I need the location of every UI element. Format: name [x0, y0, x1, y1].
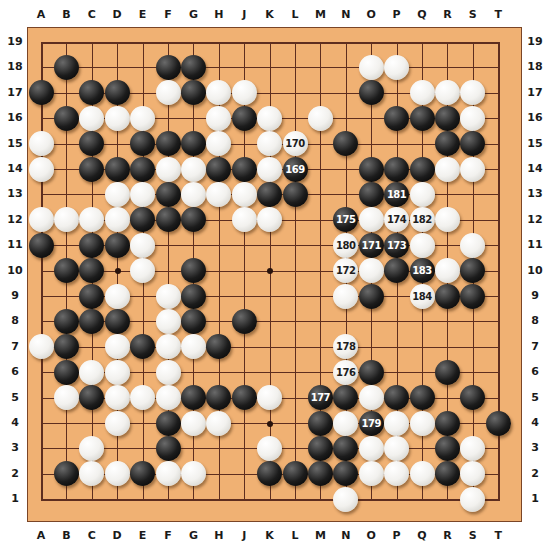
black-stone-R6 — [435, 360, 460, 385]
white-stone-D4 — [105, 411, 130, 436]
black-stone-O11 — [359, 233, 384, 258]
col-label-bottom: G — [183, 529, 203, 543]
col-label-top: H — [209, 8, 229, 22]
black-stone-A17 — [29, 80, 54, 105]
white-stone-O10 — [359, 258, 384, 283]
white-stone-P4 — [384, 411, 409, 436]
white-stone-D9 — [105, 284, 130, 309]
black-stone-J8 — [232, 309, 257, 334]
white-stone-K3 — [257, 436, 282, 461]
white-stone-J12 — [232, 207, 257, 232]
row-label-left: 18 — [5, 60, 25, 74]
white-stone-G13 — [181, 182, 206, 207]
black-stone-D8 — [105, 309, 130, 334]
black-stone-L2 — [283, 461, 308, 486]
row-label-left: 8 — [5, 314, 25, 328]
row-label-left: 7 — [5, 340, 25, 354]
black-stone-G8 — [181, 309, 206, 334]
black-stone-R15 — [435, 131, 460, 156]
black-stone-O6 — [359, 360, 384, 385]
black-stone-B6 — [54, 360, 79, 385]
white-stone-R14 — [435, 157, 460, 182]
white-stone-D16 — [105, 106, 130, 131]
row-label-right: 2 — [525, 467, 545, 481]
white-stone-Q17 — [410, 80, 435, 105]
black-stone-O4 — [359, 411, 384, 436]
col-label-bottom: N — [336, 529, 356, 543]
white-stone-F9 — [156, 284, 181, 309]
black-stone-O9 — [359, 284, 384, 309]
black-stone-O13 — [359, 182, 384, 207]
row-label-left: 2 — [5, 467, 25, 481]
white-stone-N9 — [333, 284, 358, 309]
white-stone-A7 — [29, 334, 54, 359]
col-label-top: C — [82, 8, 102, 22]
row-label-left: 15 — [5, 137, 25, 151]
black-stone-J14 — [232, 157, 257, 182]
black-stone-Q16 — [410, 106, 435, 131]
col-label-top: E — [133, 8, 153, 22]
black-stone-F15 — [156, 131, 181, 156]
white-stone-S16 — [460, 106, 485, 131]
white-stone-O18 — [359, 55, 384, 80]
white-stone-J17 — [232, 80, 257, 105]
black-stone-F4 — [156, 411, 181, 436]
black-stone-F3 — [156, 436, 181, 461]
white-stone-F5 — [156, 385, 181, 410]
white-stone-M16 — [308, 106, 333, 131]
black-stone-P16 — [384, 106, 409, 131]
col-label-top: D — [107, 8, 127, 22]
black-stone-F13 — [156, 182, 181, 207]
white-stone-G14 — [181, 157, 206, 182]
row-label-right: 14 — [525, 162, 545, 176]
white-stone-A12 — [29, 207, 54, 232]
col-label-top: S — [463, 8, 483, 22]
col-label-bottom: T — [488, 529, 508, 543]
white-stone-D12 — [105, 207, 130, 232]
black-stone-H14 — [206, 157, 231, 182]
white-stone-N1 — [333, 487, 358, 512]
black-stone-R4 — [435, 411, 460, 436]
black-stone-F12 — [156, 207, 181, 232]
black-stone-D11 — [105, 233, 130, 258]
col-label-bottom: Q — [412, 529, 432, 543]
black-stone-O14 — [359, 157, 384, 182]
col-label-bottom: S — [463, 529, 483, 543]
white-stone-D2 — [105, 461, 130, 486]
black-stone-Q5 — [410, 385, 435, 410]
black-stone-G5 — [181, 385, 206, 410]
col-label-bottom: J — [234, 529, 254, 543]
black-stone-R3 — [435, 436, 460, 461]
white-stone-L15 — [283, 131, 308, 156]
row-label-right: 4 — [525, 416, 545, 430]
hoshi-point — [115, 268, 121, 274]
row-label-right: 16 — [525, 111, 545, 125]
row-label-right: 15 — [525, 137, 545, 151]
black-stone-M5 — [308, 385, 333, 410]
white-stone-K16 — [257, 106, 282, 131]
black-stone-P14 — [384, 157, 409, 182]
white-stone-P3 — [384, 436, 409, 461]
white-stone-G4 — [181, 411, 206, 436]
col-label-top: K — [260, 8, 280, 22]
row-label-right: 10 — [525, 264, 545, 278]
black-stone-L14 — [283, 157, 308, 182]
white-stone-O3 — [359, 436, 384, 461]
row-label-right: 12 — [525, 213, 545, 227]
row-label-right: 6 — [525, 365, 545, 379]
black-stone-P13 — [384, 182, 409, 207]
grid-line-v — [41, 42, 43, 501]
black-stone-G15 — [181, 131, 206, 156]
row-label-right: 18 — [525, 60, 545, 74]
white-stone-N4 — [333, 411, 358, 436]
white-stone-H16 — [206, 106, 231, 131]
black-stone-J5 — [232, 385, 257, 410]
white-stone-J13 — [232, 182, 257, 207]
black-stone-D17 — [105, 80, 130, 105]
hoshi-point — [267, 421, 273, 427]
black-stone-P11 — [384, 233, 409, 258]
white-stone-N11 — [333, 233, 358, 258]
black-stone-T4 — [486, 411, 511, 436]
col-label-bottom: C — [82, 529, 102, 543]
white-stone-Q12 — [410, 207, 435, 232]
row-label-left: 3 — [5, 441, 25, 455]
col-label-bottom: E — [133, 529, 153, 543]
row-label-left: 6 — [5, 365, 25, 379]
white-stone-F7 — [156, 334, 181, 359]
col-label-top: N — [336, 8, 356, 22]
black-stone-J16 — [232, 106, 257, 131]
white-stone-E11 — [130, 233, 155, 258]
black-stone-D14 — [105, 157, 130, 182]
row-label-right: 3 — [525, 441, 545, 455]
white-stone-Q4 — [410, 411, 435, 436]
white-stone-C6 — [79, 360, 104, 385]
black-stone-Q10 — [410, 258, 435, 283]
white-stone-S11 — [460, 233, 485, 258]
col-label-top: M — [310, 8, 330, 22]
white-stone-S1 — [460, 487, 485, 512]
row-label-right: 7 — [525, 340, 545, 354]
black-stone-R16 — [435, 106, 460, 131]
black-stone-B18 — [54, 55, 79, 80]
row-label-left: 16 — [5, 111, 25, 125]
row-label-right: 13 — [525, 187, 545, 201]
col-label-top: R — [437, 8, 457, 22]
white-stone-Q9 — [410, 284, 435, 309]
white-stone-A14 — [29, 157, 54, 182]
row-label-right: 9 — [525, 289, 545, 303]
white-stone-D7 — [105, 334, 130, 359]
black-stone-M4 — [308, 411, 333, 436]
white-stone-R10 — [435, 258, 460, 283]
col-label-bottom: O — [361, 529, 381, 543]
row-label-right: 1 — [525, 492, 545, 506]
white-stone-S14 — [460, 157, 485, 182]
white-stone-H4 — [206, 411, 231, 436]
white-stone-D13 — [105, 182, 130, 207]
row-label-right: 19 — [525, 35, 545, 49]
black-stone-R9 — [435, 284, 460, 309]
white-stone-F6 — [156, 360, 181, 385]
col-label-bottom: A — [31, 529, 51, 543]
row-label-right: 17 — [525, 86, 545, 100]
white-stone-N6 — [333, 360, 358, 385]
col-label-top: A — [31, 8, 51, 22]
row-label-left: 12 — [5, 213, 25, 227]
row-label-left: 10 — [5, 264, 25, 278]
row-label-left: 1 — [5, 492, 25, 506]
row-label-left: 5 — [5, 391, 25, 405]
white-stone-F8 — [156, 309, 181, 334]
white-stone-Q13 — [410, 182, 435, 207]
row-label-left: 14 — [5, 162, 25, 176]
white-stone-F17 — [156, 80, 181, 105]
col-label-bottom: H — [209, 529, 229, 543]
col-label-top: P — [387, 8, 407, 22]
black-stone-C9 — [79, 284, 104, 309]
white-stone-O12 — [359, 207, 384, 232]
black-stone-F18 — [156, 55, 181, 80]
white-stone-F14 — [156, 157, 181, 182]
black-stone-C11 — [79, 233, 104, 258]
white-stone-Q2 — [410, 461, 435, 486]
col-label-bottom: B — [56, 529, 76, 543]
col-label-top: G — [183, 8, 203, 22]
white-stone-D5 — [105, 385, 130, 410]
row-label-left: 17 — [5, 86, 25, 100]
white-stone-K14 — [257, 157, 282, 182]
go-board-screenshot: AABBCCDDEEFFGGHHJJKKLLMMNNOOPPQQRRSSTT19… — [0, 0, 550, 550]
black-stone-S9 — [460, 284, 485, 309]
black-stone-B16 — [54, 106, 79, 131]
black-stone-B10 — [54, 258, 79, 283]
black-stone-A11 — [29, 233, 54, 258]
col-label-top: O — [361, 8, 381, 22]
col-label-bottom: P — [387, 529, 407, 543]
black-stone-M3 — [308, 436, 333, 461]
grid-line-v — [295, 42, 296, 500]
row-label-right: 8 — [525, 314, 545, 328]
row-label-right: 11 — [525, 238, 545, 252]
white-stone-E16 — [130, 106, 155, 131]
white-stone-O2 — [359, 461, 384, 486]
white-stone-P18 — [384, 55, 409, 80]
col-label-bottom: D — [107, 529, 127, 543]
grid-line-h — [41, 499, 500, 501]
black-stone-G9 — [181, 284, 206, 309]
col-label-bottom: K — [260, 529, 280, 543]
col-label-bottom: R — [437, 529, 457, 543]
col-label-top: F — [158, 8, 178, 22]
black-stone-E14 — [130, 157, 155, 182]
col-label-top: Q — [412, 8, 432, 22]
col-label-top: J — [234, 8, 254, 22]
row-label-left: 11 — [5, 238, 25, 252]
white-stone-Q11 — [410, 233, 435, 258]
white-stone-C16 — [79, 106, 104, 131]
row-label-left: 13 — [5, 187, 25, 201]
black-stone-L13 — [283, 182, 308, 207]
col-label-top: T — [488, 8, 508, 22]
row-label-left: 9 — [5, 289, 25, 303]
black-stone-G10 — [181, 258, 206, 283]
col-label-top: L — [285, 8, 305, 22]
black-stone-C14 — [79, 157, 104, 182]
white-stone-E13 — [130, 182, 155, 207]
row-label-right: 5 — [525, 391, 545, 405]
black-stone-K13 — [257, 182, 282, 207]
white-stone-O5 — [359, 385, 384, 410]
black-stone-B8 — [54, 309, 79, 334]
black-stone-G18 — [181, 55, 206, 80]
grid-line-h — [41, 42, 500, 44]
white-stone-A15 — [29, 131, 54, 156]
black-stone-Q14 — [410, 157, 435, 182]
white-stone-F2 — [156, 461, 181, 486]
col-label-bottom: M — [310, 529, 330, 543]
row-label-left: 19 — [5, 35, 25, 49]
row-label-left: 4 — [5, 416, 25, 430]
white-stone-B5 — [54, 385, 79, 410]
white-stone-D6 — [105, 360, 130, 385]
col-label-bottom: L — [285, 529, 305, 543]
black-stone-O17 — [359, 80, 384, 105]
col-label-bottom: F — [158, 529, 178, 543]
col-label-top: B — [56, 8, 76, 22]
